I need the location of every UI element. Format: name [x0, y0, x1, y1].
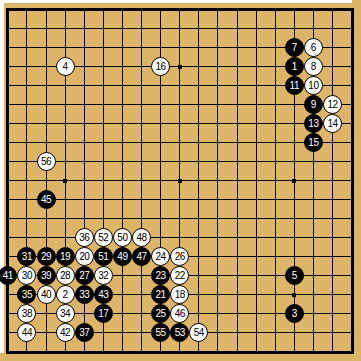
stone-15-black[interactable]: 15	[304, 133, 323, 152]
stone-14-white[interactable]: 14	[323, 114, 342, 133]
stone-19-black[interactable]: 19	[56, 247, 75, 266]
stone-27-black[interactable]: 27	[75, 266, 94, 285]
stone-6-white[interactable]: 6	[304, 38, 323, 57]
stone-4-white[interactable]: 4	[56, 57, 75, 76]
stone-28-white[interactable]: 28	[56, 266, 75, 285]
stone-29-black[interactable]: 29	[37, 247, 56, 266]
stone-52-white[interactable]: 52	[94, 228, 113, 247]
stone-16-white[interactable]: 16	[151, 57, 170, 76]
stone-11-black[interactable]: 11	[285, 76, 304, 95]
go-board[interactable]: 1234567891011121314151617181920212223242…	[0, 0, 361, 361]
stone-20-white[interactable]: 20	[75, 247, 94, 266]
stone-24-white[interactable]: 24	[151, 247, 170, 266]
stone-17-black[interactable]: 17	[94, 304, 113, 323]
stone-37-black[interactable]: 37	[75, 323, 94, 342]
stone-12-white[interactable]: 12	[323, 95, 342, 114]
stone-45-black[interactable]: 45	[37, 190, 56, 209]
star-point	[292, 179, 296, 183]
stone-56-white[interactable]: 56	[37, 152, 56, 171]
star-point	[178, 65, 182, 69]
stone-49-black[interactable]: 49	[113, 247, 132, 266]
stone-43-black[interactable]: 43	[94, 285, 113, 304]
stone-48-white[interactable]: 48	[132, 228, 151, 247]
stone-10-white[interactable]: 10	[304, 76, 323, 95]
stone-39-black[interactable]: 39	[37, 266, 56, 285]
stone-36-white[interactable]: 36	[75, 228, 94, 247]
stone-34-white[interactable]: 34	[56, 304, 75, 323]
page-margin-top	[0, 0, 352, 3]
stone-1-black[interactable]: 1	[285, 57, 304, 76]
stone-33-black[interactable]: 33	[75, 285, 94, 304]
page-margin-left	[0, 0, 4, 353]
stone-47-black[interactable]: 47	[132, 247, 151, 266]
stone-9-black[interactable]: 9	[304, 95, 323, 114]
stone-3-black[interactable]: 3	[285, 304, 304, 323]
stone-50-white[interactable]: 50	[113, 228, 132, 247]
star-point	[292, 293, 296, 297]
stone-5-black[interactable]: 5	[285, 266, 304, 285]
stone-7-black[interactable]: 7	[285, 38, 304, 57]
stone-55-black[interactable]: 55	[151, 323, 170, 342]
stone-32-white[interactable]: 32	[94, 266, 113, 285]
stone-8-white[interactable]: 8	[304, 57, 323, 76]
stone-23-black[interactable]: 23	[151, 266, 170, 285]
stone-13-black[interactable]: 13	[304, 114, 323, 133]
stone-42-white[interactable]: 42	[56, 323, 75, 342]
star-point	[178, 179, 182, 183]
stone-2-white[interactable]: 2	[56, 285, 75, 304]
stone-25-black[interactable]: 25	[151, 304, 170, 323]
star-point	[63, 179, 67, 183]
stone-40-white[interactable]: 40	[37, 285, 56, 304]
stone-21-black[interactable]: 21	[151, 285, 170, 304]
stone-51-black[interactable]: 51	[94, 247, 113, 266]
